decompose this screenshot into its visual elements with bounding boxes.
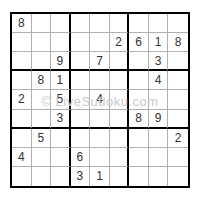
cell-r7c4[interactable] (71, 129, 91, 148)
cell-r8c5[interactable] (90, 148, 110, 167)
cell-r4c9[interactable] (168, 71, 188, 90)
cell-r6c4[interactable] (71, 110, 91, 129)
cell-r8c4[interactable]: 6 (71, 148, 91, 167)
cell-r8c8[interactable] (149, 148, 169, 167)
cell-r3c3[interactable]: 9 (51, 52, 71, 71)
cell-r6c7[interactable]: 8 (129, 110, 149, 129)
cell-r5c4[interactable] (71, 90, 91, 109)
cell-r7c9[interactable]: 2 (168, 129, 188, 148)
cell-r4c1[interactable] (12, 71, 32, 90)
cell-r4c2[interactable]: 8 (32, 71, 52, 90)
cell-r6c6[interactable] (110, 110, 130, 129)
cell-r4c6[interactable] (110, 71, 130, 90)
cell-r7c6[interactable] (110, 129, 130, 148)
cell-r6c2[interactable] (32, 110, 52, 129)
cell-r5c2[interactable] (32, 90, 52, 109)
cell-r4c5[interactable] (90, 71, 110, 90)
cell-r8c6[interactable] (110, 148, 130, 167)
cell-r5c9[interactable] (168, 90, 188, 109)
cell-r1c7[interactable] (129, 14, 149, 33)
sudoku-page: 82618973814254389524631 © LiveSudoku.com (0, 0, 200, 200)
cell-r3c4[interactable] (71, 52, 91, 71)
cell-r8c9[interactable] (168, 148, 188, 167)
cell-r4c8[interactable]: 4 (149, 71, 169, 90)
cell-r6c8[interactable]: 9 (149, 110, 169, 129)
cell-r6c9[interactable] (168, 110, 188, 129)
cell-r9c4[interactable]: 3 (71, 167, 91, 186)
cell-r7c3[interactable] (51, 129, 71, 148)
cell-r1c8[interactable] (149, 14, 169, 33)
cell-r5c8[interactable] (149, 90, 169, 109)
cell-r3c9[interactable] (168, 52, 188, 71)
cell-r9c8[interactable] (149, 167, 169, 186)
cell-r6c3[interactable]: 3 (51, 110, 71, 129)
cell-r1c5[interactable] (90, 14, 110, 33)
cell-r3c2[interactable] (32, 52, 52, 71)
cell-r8c7[interactable] (129, 148, 149, 167)
cell-r9c5[interactable]: 1 (90, 167, 110, 186)
cell-r5c6[interactable] (110, 90, 130, 109)
cell-r3c8[interactable]: 3 (149, 52, 169, 71)
cell-r1c2[interactable] (32, 14, 52, 33)
cell-r8c1[interactable]: 4 (12, 148, 32, 167)
cell-r2c9[interactable]: 8 (168, 33, 188, 52)
cell-r9c7[interactable] (129, 167, 149, 186)
cell-r6c5[interactable] (90, 110, 110, 129)
cell-r5c5[interactable]: 4 (90, 90, 110, 109)
cell-r2c5[interactable] (90, 33, 110, 52)
cell-r3c5[interactable]: 7 (90, 52, 110, 71)
cell-r4c7[interactable] (129, 71, 149, 90)
cell-r3c1[interactable] (12, 52, 32, 71)
cell-r1c4[interactable] (71, 14, 91, 33)
cell-r6c1[interactable] (12, 110, 32, 129)
cell-r5c1[interactable]: 2 (12, 90, 32, 109)
cell-r2c3[interactable] (51, 33, 71, 52)
cell-r1c1[interactable]: 8 (12, 14, 32, 33)
cell-r1c6[interactable] (110, 14, 130, 33)
cell-r2c4[interactable] (71, 33, 91, 52)
cell-r9c9[interactable] (168, 167, 188, 186)
cell-r9c2[interactable] (32, 167, 52, 186)
cell-r3c7[interactable] (129, 52, 149, 71)
cell-r9c1[interactable] (12, 167, 32, 186)
cell-r2c6[interactable]: 2 (110, 33, 130, 52)
cell-r7c2[interactable]: 5 (32, 129, 52, 148)
cell-r2c1[interactable] (12, 33, 32, 52)
cell-r2c8[interactable]: 1 (149, 33, 169, 52)
cell-r5c3[interactable]: 5 (51, 90, 71, 109)
cell-r7c7[interactable] (129, 129, 149, 148)
cell-r4c3[interactable]: 1 (51, 71, 71, 90)
cell-r3c6[interactable] (110, 52, 130, 71)
cell-r1c3[interactable] (51, 14, 71, 33)
cell-r9c6[interactable] (110, 167, 130, 186)
cell-r7c5[interactable] (90, 129, 110, 148)
cell-r7c8[interactable] (149, 129, 169, 148)
cell-r1c9[interactable] (168, 14, 188, 33)
cell-r7c1[interactable] (12, 129, 32, 148)
cell-r8c2[interactable] (32, 148, 52, 167)
cell-r8c3[interactable] (51, 148, 71, 167)
cell-r5c7[interactable] (129, 90, 149, 109)
cell-r2c2[interactable] (32, 33, 52, 52)
cell-r2c7[interactable]: 6 (129, 33, 149, 52)
cell-r4c4[interactable] (71, 71, 91, 90)
sudoku-board: 82618973814254389524631 (10, 12, 190, 188)
cell-r9c3[interactable] (51, 167, 71, 186)
